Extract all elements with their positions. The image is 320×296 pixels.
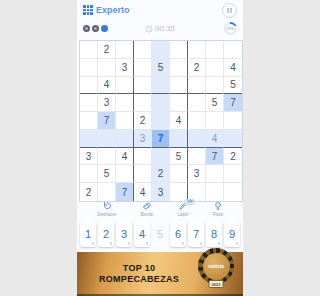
difficulty-label: Experto — [96, 5, 130, 15]
cell-r2c7[interactable]: 2 — [188, 59, 206, 77]
award-year: 2023 — [209, 280, 224, 288]
stats-row: ✕✕ 00:35 17% — [77, 20, 243, 37]
cell-r7c3[interactable]: 4 — [116, 148, 134, 166]
undo-label: Deshacer — [97, 212, 116, 217]
mistake-dot: ✕ — [92, 25, 99, 32]
number-pad: 19233343569748999 — [80, 221, 240, 247]
cell-r2c2[interactable] — [98, 59, 116, 77]
cell-r6c3[interactable] — [116, 130, 134, 148]
statista-medal: statista — [203, 253, 230, 280]
cell-r5c8[interactable] — [206, 112, 224, 130]
cell-r8c3[interactable] — [116, 165, 134, 183]
banner-line1: TOP 10 — [89, 263, 189, 274]
numpad-key-6[interactable]: 69 — [170, 221, 186, 247]
cell-r5c4[interactable]: 2 — [134, 112, 152, 130]
cell-r5c5[interactable] — [152, 112, 170, 130]
numpad-key-4[interactable]: 43 — [134, 221, 150, 247]
cell-r3c1[interactable] — [80, 77, 98, 95]
cell-r4c8[interactable]: 5 — [206, 94, 224, 112]
mistake-dot: ✕ — [83, 25, 90, 32]
cell-r4c7[interactable] — [188, 94, 206, 112]
remaining-count: 9 — [236, 241, 238, 246]
cell-r9c3[interactable]: 7 — [116, 183, 134, 201]
statista-award-badge: statista 2023 — [194, 248, 238, 296]
cell-r3c2[interactable]: 4 — [98, 77, 116, 95]
remaining-count: 9 — [218, 241, 220, 246]
pause-button[interactable] — [222, 3, 237, 18]
cell-r3c3[interactable] — [116, 77, 134, 95]
title-bar: Experto — [77, 0, 243, 20]
cell-r5c9[interactable] — [224, 112, 242, 130]
cell-r2c4[interactable] — [134, 59, 152, 77]
cell-r8c6[interactable] — [170, 165, 188, 183]
cell-r3c8[interactable] — [206, 77, 224, 95]
cell-r1c2[interactable]: 2 — [98, 41, 116, 59]
cell-r5c6[interactable]: 4 — [170, 112, 188, 130]
hint-icon — [213, 201, 223, 211]
cell-r5c3[interactable] — [116, 112, 134, 130]
numpad-key-8[interactable]: 89 — [206, 221, 222, 247]
remaining-count: 9 — [182, 241, 184, 246]
cell-r1c5[interactable] — [152, 41, 170, 59]
cell-r8c5[interactable]: 2 — [152, 165, 170, 183]
hint-button[interactable]: Pista — [213, 201, 223, 217]
cell-r2c3[interactable]: 3 — [116, 59, 134, 77]
life-dot — [101, 25, 108, 32]
remaining-count: 3 — [128, 241, 130, 246]
laurel-wreath-icon: statista — [198, 248, 234, 284]
cell-r1c4[interactable] — [134, 41, 152, 59]
cell-r8c9[interactable] — [224, 165, 242, 183]
cell-r3c4[interactable] — [134, 77, 152, 95]
cell-r6c6[interactable] — [170, 130, 188, 148]
cell-r7c6[interactable]: 5 — [170, 148, 188, 166]
cell-r1c7[interactable] — [188, 41, 206, 59]
cell-r2c6[interactable] — [170, 59, 188, 77]
cell-r6c9[interactable] — [224, 130, 242, 148]
pencil-button[interactable]: OFF Lápiz — [178, 201, 189, 217]
cell-r7c8[interactable]: 7 — [206, 148, 224, 166]
cell-r9c8[interactable] — [206, 183, 224, 201]
cell-r8c7[interactable]: 3 — [188, 165, 206, 183]
cell-r1c9[interactable] — [224, 41, 242, 59]
remaining-count: 4 — [200, 241, 202, 246]
cell-r8c2[interactable]: 5 — [98, 165, 116, 183]
cell-r9c2[interactable] — [98, 183, 116, 201]
undo-icon — [102, 201, 112, 211]
eraser-icon — [142, 201, 152, 211]
banner-line2: ROMPECABEZAS — [89, 274, 189, 285]
cell-r4c9[interactable]: 7 — [224, 94, 242, 112]
cell-r4c3[interactable] — [116, 94, 134, 112]
erase-button[interactable]: Borrar — [141, 201, 154, 217]
numpad-key-2[interactable]: 23 — [98, 221, 114, 247]
cell-r4c4[interactable] — [134, 94, 152, 112]
cell-r2c5[interactable]: 5 — [152, 59, 170, 77]
cell-r7c1[interactable]: 3 — [80, 148, 98, 166]
remaining-count: 3 — [146, 241, 148, 246]
cell-r4c5[interactable] — [152, 94, 170, 112]
cell-r5c1[interactable] — [80, 112, 98, 130]
cell-r1c1[interactable] — [80, 41, 98, 59]
cell-r5c2[interactable]: 7 — [98, 112, 116, 130]
pencil-label: Lápiz — [178, 212, 189, 217]
cell-r8c1[interactable] — [80, 165, 98, 183]
cell-r6c4[interactable]: 3 — [134, 130, 152, 148]
remaining-count: 3 — [110, 241, 112, 246]
cell-r4c1[interactable] — [80, 94, 98, 112]
progress-ring: 17% — [224, 22, 237, 35]
cell-r3c6[interactable] — [170, 77, 188, 95]
pencil-mode-badge: OFF — [184, 199, 195, 205]
clock-icon — [145, 25, 153, 33]
cell-r6c1[interactable] — [80, 130, 98, 148]
cell-r7c9[interactable]: 2 — [224, 148, 242, 166]
promo-banner: TOP 10 ROMPECABEZAS statista 2023 — [77, 252, 243, 296]
hint-label: Pista — [213, 212, 223, 217]
sudoku-grid-icon — [83, 5, 93, 15]
numpad-key-1[interactable]: 19 — [80, 221, 96, 247]
numpad-key-3[interactable]: 33 — [116, 221, 132, 247]
pause-icon — [227, 8, 229, 13]
cell-r1c8[interactable] — [206, 41, 224, 59]
numpad-key-7[interactable]: 74 — [188, 221, 204, 247]
cell-r4c6[interactable] — [170, 94, 188, 112]
sudoku-app-screen: Experto ✕✕ 00:35 17% 2352445357724374345… — [77, 0, 243, 296]
erase-label: Borrar — [141, 212, 154, 217]
cell-r9c4[interactable]: 4 — [134, 183, 152, 201]
cell-r1c3[interactable] — [116, 41, 134, 59]
sudoku-grid: 2352445357724374345725232743 — [79, 40, 243, 202]
cell-r9c9[interactable] — [224, 183, 242, 201]
cell-r2c9[interactable]: 4 — [224, 59, 242, 77]
cell-r7c4[interactable] — [134, 148, 152, 166]
cell-r2c1[interactable] — [80, 59, 98, 77]
difficulty-selector[interactable]: Experto — [83, 5, 130, 15]
cell-r3c9[interactable]: 5 — [224, 77, 242, 95]
remaining-count: 9 — [92, 241, 94, 246]
cell-r3c7[interactable] — [188, 77, 206, 95]
cell-r6c8[interactable]: 4 — [206, 130, 224, 148]
toolbar: Deshacer Borrar OFF Lápiz Pista — [77, 201, 243, 218]
timer-value: 00:35 — [155, 24, 175, 33]
cell-r7c7[interactable] — [188, 148, 206, 166]
statista-brand: statista — [208, 264, 224, 269]
cell-r3c5[interactable] — [152, 77, 170, 95]
undo-button[interactable]: Deshacer — [97, 201, 116, 217]
cell-r9c1[interactable]: 2 — [80, 183, 98, 201]
cell-r6c5[interactable]: 7 — [152, 130, 170, 148]
cell-r9c5[interactable]: 3 — [152, 183, 170, 201]
cell-r5c7[interactable] — [188, 112, 206, 130]
numpad-key-9[interactable]: 99 — [224, 221, 240, 247]
cell-r4c2[interactable]: 3 — [98, 94, 116, 112]
cell-r7c5[interactable] — [152, 148, 170, 166]
cell-r6c7[interactable] — [188, 130, 206, 148]
progress-label: 17% — [226, 24, 236, 34]
cell-r1c6[interactable] — [170, 41, 188, 59]
mistakes-indicator: ✕✕ — [83, 25, 108, 32]
cell-r2c8[interactable] — [206, 59, 224, 77]
numpad-key-5: 5 — [152, 221, 168, 247]
cell-r8c8[interactable] — [206, 165, 224, 183]
cell-r6c2[interactable] — [98, 130, 116, 148]
cell-r7c2[interactable] — [98, 148, 116, 166]
cell-r8c4[interactable] — [134, 165, 152, 183]
banner-text: TOP 10 ROMPECABEZAS — [89, 263, 189, 285]
